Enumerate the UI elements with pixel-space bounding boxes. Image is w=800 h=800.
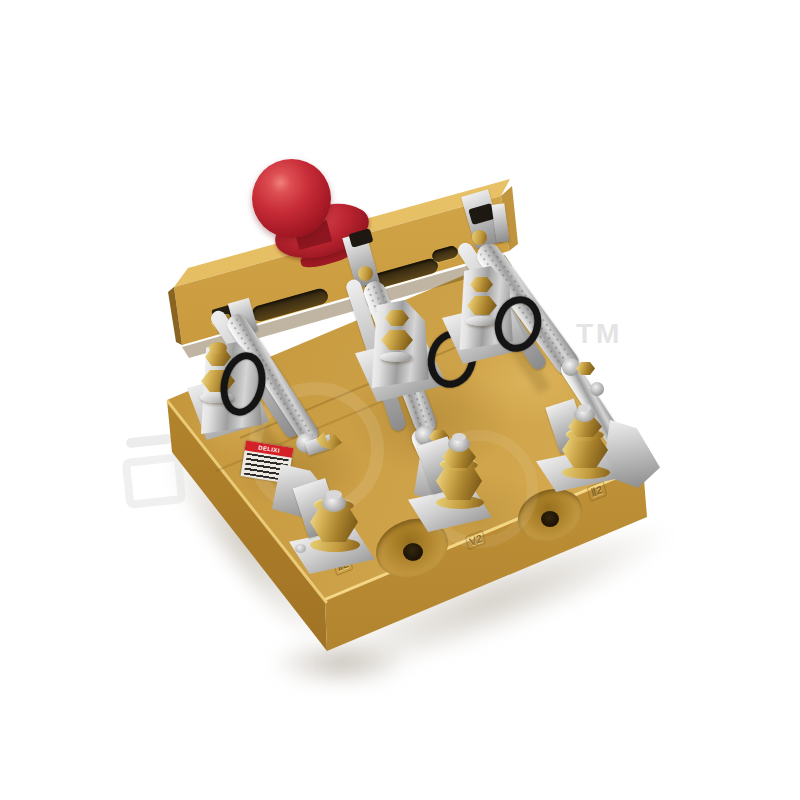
product-photo-stage: Ⅱ2 V2 Ⅱ2 <box>0 0 800 800</box>
pole3-pivot-bolt-2 <box>590 382 604 396</box>
mounting-hole-front <box>403 543 423 561</box>
pole1-terminal-stud-cap <box>326 490 342 499</box>
mounting-hole-right <box>541 511 559 527</box>
watermark-ghost-glyph <box>122 453 187 509</box>
pole3-hinge-washer <box>466 316 496 326</box>
pole1-hinge-bolt-cap <box>209 342 227 354</box>
pole2-terminal-stud-cap <box>452 433 466 441</box>
pole1-terminal-plate-screw <box>295 544 306 553</box>
label-brand-text: DELIXI <box>258 444 280 453</box>
pole3-terminal-stud-cap <box>578 404 591 412</box>
pole2-hinge-washer <box>380 352 412 362</box>
handle-ball <box>252 159 331 238</box>
watermark-ghost-bar <box>126 434 173 449</box>
pole2-clip-bolt <box>358 266 373 281</box>
watermark-tm: TM <box>576 318 622 350</box>
pole3-clip-bolt <box>472 230 487 245</box>
